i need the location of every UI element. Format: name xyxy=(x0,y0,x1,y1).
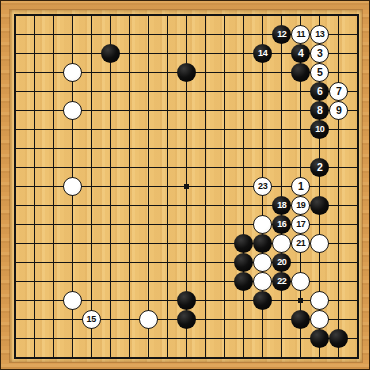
white-stone-move-15: 15 xyxy=(82,310,101,329)
black-stone-move-4: 4 xyxy=(291,44,310,63)
white-stone-move-9: 9 xyxy=(329,101,348,120)
black-stone-move-16: 16 xyxy=(272,215,291,234)
move-number-label: 2 xyxy=(317,162,323,173)
black-stone xyxy=(234,272,253,291)
move-number-label: 23 xyxy=(258,182,267,191)
move-number-label: 3 xyxy=(317,48,323,59)
move-number-label: 5 xyxy=(317,67,323,78)
black-stone xyxy=(234,234,253,253)
black-stone-move-18: 18 xyxy=(272,196,291,215)
white-stone xyxy=(272,234,291,253)
move-number-label: 11 xyxy=(296,30,305,39)
black-stone xyxy=(234,253,253,272)
black-stone-move-12: 12 xyxy=(272,25,291,44)
go-board: 1211131443567891022311819161721202215 xyxy=(6,6,368,368)
black-stone xyxy=(329,329,348,348)
black-stone xyxy=(177,310,196,329)
move-number-label: 7 xyxy=(336,86,342,97)
black-stone xyxy=(177,63,196,82)
move-number-label: 13 xyxy=(315,30,324,39)
white-stone xyxy=(310,310,329,329)
move-number-label: 10 xyxy=(315,125,324,134)
move-number-label: 15 xyxy=(87,315,96,324)
white-stone-move-17: 17 xyxy=(291,215,310,234)
white-stone-move-11: 11 xyxy=(291,25,310,44)
black-stone-move-14: 14 xyxy=(253,44,272,63)
white-stone xyxy=(253,215,272,234)
move-number-label: 8 xyxy=(317,105,323,116)
black-stone xyxy=(253,234,272,253)
move-number-label: 19 xyxy=(296,201,305,210)
white-stone xyxy=(310,291,329,310)
go-board-frame: 1211131443567891022311819161721202215 xyxy=(0,0,370,370)
white-stone xyxy=(139,310,158,329)
black-stone xyxy=(310,329,329,348)
move-number-label: 18 xyxy=(277,201,286,210)
move-number-label: 12 xyxy=(277,30,286,39)
white-stone xyxy=(253,272,272,291)
move-number-label: 1 xyxy=(298,181,304,192)
black-stone-move-20: 20 xyxy=(272,253,291,272)
black-stone-move-6: 6 xyxy=(310,82,329,101)
white-stone xyxy=(63,291,82,310)
white-stone xyxy=(310,234,329,253)
white-stone xyxy=(63,101,82,120)
white-stone-move-21: 21 xyxy=(291,234,310,253)
white-stone-move-1: 1 xyxy=(291,177,310,196)
move-number-label: 17 xyxy=(296,220,305,229)
black-stone-move-2: 2 xyxy=(310,158,329,177)
black-stone-move-8: 8 xyxy=(310,101,329,120)
black-stone xyxy=(177,291,196,310)
white-stone-move-13: 13 xyxy=(310,25,329,44)
move-number-label: 6 xyxy=(317,86,323,97)
black-stone xyxy=(253,291,272,310)
black-stone xyxy=(291,310,310,329)
white-stone-move-23: 23 xyxy=(253,177,272,196)
white-stone-move-5: 5 xyxy=(310,63,329,82)
move-number-label: 20 xyxy=(277,258,286,267)
white-stone xyxy=(63,63,82,82)
black-stone xyxy=(310,196,329,215)
move-number-label: 9 xyxy=(336,105,342,116)
white-stone-move-19: 19 xyxy=(291,196,310,215)
black-stone-move-10: 10 xyxy=(310,120,329,139)
white-stone xyxy=(291,272,310,291)
white-stone xyxy=(63,177,82,196)
move-number-label: 21 xyxy=(296,239,305,248)
white-stone-move-7: 7 xyxy=(329,82,348,101)
move-number-label: 22 xyxy=(277,277,286,286)
white-stone xyxy=(253,253,272,272)
black-stone xyxy=(291,63,310,82)
move-number-label: 16 xyxy=(277,220,286,229)
white-stone-move-3: 3 xyxy=(310,44,329,63)
move-number-label: 4 xyxy=(298,48,304,59)
black-stone xyxy=(101,44,120,63)
black-stone-move-22: 22 xyxy=(272,272,291,291)
move-number-label: 14 xyxy=(258,49,267,58)
